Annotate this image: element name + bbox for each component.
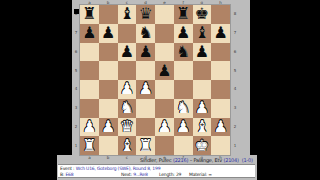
coord-label-1: 1 — [73, 136, 79, 155]
square-a3 — [80, 99, 99, 118]
square-a6 — [80, 43, 99, 62]
coord-label-5: 5 — [232, 61, 238, 80]
black-pawn-f7: ♟ — [176, 25, 190, 41]
square-e8 — [155, 5, 174, 24]
length-stat: Length: 29 — [159, 172, 181, 177]
black-pawn-b7: ♟ — [101, 25, 115, 41]
coord-label-3: 3 — [232, 99, 238, 118]
coord-label-3: 3 — [73, 99, 79, 118]
square-f3: ♞ — [174, 99, 193, 118]
square-d6: ♟ — [136, 43, 155, 62]
square-d4: ♟ — [136, 80, 155, 99]
square-b8 — [99, 5, 118, 24]
white-pawn-g3: ♟ — [195, 100, 209, 116]
event-label: Event : — [60, 166, 74, 171]
square-h7: ♟ — [211, 24, 230, 43]
square-e2: ♟ — [155, 118, 174, 137]
black-pawn-c6: ♟ — [120, 43, 134, 59]
black-pawn-g6: ♟ — [195, 43, 209, 59]
black-rook-f8: ♜ — [176, 6, 190, 22]
square-d7: ♞ — [136, 24, 155, 43]
white-king-g1: ♚ — [195, 137, 209, 153]
next-move-stat: Next: 9...Re8 — [121, 172, 148, 177]
square-b6 — [99, 43, 118, 62]
square-b5 — [99, 61, 118, 80]
square-e7 — [155, 24, 174, 43]
square-f7: ♟ — [174, 24, 193, 43]
black-bishop-g7: ♝ — [195, 25, 209, 41]
square-h2: ♟ — [211, 118, 230, 137]
black-pawn-a7: ♟ — [82, 25, 96, 41]
square-e5: ♟ — [155, 61, 174, 80]
square-d3 — [136, 99, 155, 118]
rank-labels-right: 87654321 — [232, 5, 238, 155]
black-queen-d8: ♛ — [138, 6, 152, 22]
square-c1: ♝ — [118, 136, 137, 155]
square-c7 — [118, 24, 137, 43]
stats-line: B: E68 Next: 9...Re8 Length: 29 Material… — [58, 172, 255, 177]
square-d5 — [136, 61, 155, 80]
square-g6: ♟ — [193, 43, 212, 62]
square-f1 — [174, 136, 193, 155]
white-bishop-c1: ♝ — [120, 137, 134, 153]
coord-label-2: 2 — [232, 118, 238, 137]
white-player-name: Sindler, Pufec — [140, 157, 172, 163]
coord-label-4: 4 — [232, 80, 238, 99]
coord-label-7: 7 — [232, 24, 238, 43]
material-stat: Material: = — [189, 172, 212, 177]
white-pawn-d4: ♟ — [138, 81, 152, 97]
square-c2: ♛ — [118, 118, 137, 137]
square-g8: ♚ — [193, 5, 212, 24]
square-f5 — [174, 61, 193, 80]
coord-label-b: b — [99, 155, 118, 160]
coord-label-2: 2 — [73, 118, 79, 137]
white-knight-f3: ♞ — [176, 100, 190, 116]
black-king-g8: ♚ — [195, 6, 209, 22]
square-g5 — [193, 61, 212, 80]
coord-label-c: c — [118, 155, 137, 160]
coord-label-5: 5 — [73, 61, 79, 80]
rank-labels-left: 87654321 — [73, 5, 79, 155]
white-pawn-e2: ♟ — [157, 118, 171, 134]
black-player-elo: (2104) — [223, 157, 238, 163]
square-f2: ♟ — [174, 118, 193, 137]
coord-label-6: 6 — [232, 43, 238, 62]
square-b1 — [99, 136, 118, 155]
black-pawn-e5: ♟ — [157, 62, 171, 78]
square-g3: ♟ — [193, 99, 212, 118]
event-line: Event : Wch U16, Goteborg (SWE), Round 8… — [60, 166, 160, 171]
black-pawn-h7: ♟ — [213, 25, 227, 41]
square-a5 — [80, 61, 99, 80]
square-g1: ♚ — [193, 136, 212, 155]
white-pawn-b2: ♟ — [101, 118, 115, 134]
square-b7: ♟ — [99, 24, 118, 43]
square-d8: ♛ — [136, 5, 155, 24]
game-header-line: Sindler, Pufec (2216) – Palange, Etv (21… — [140, 157, 253, 163]
square-h3 — [211, 99, 230, 118]
square-c6: ♟ — [118, 43, 137, 62]
black-pawn-d6: ♟ — [138, 43, 152, 59]
square-c3: ♞ — [118, 99, 137, 118]
white-pawn-c4: ♟ — [120, 81, 134, 97]
square-b2: ♟ — [99, 118, 118, 137]
black-knight-d7: ♞ — [138, 25, 152, 41]
coord-label-4: 4 — [73, 80, 79, 99]
black-rook-a8: ♜ — [82, 6, 96, 22]
coord-label-a: a — [80, 155, 99, 160]
square-d2 — [136, 118, 155, 137]
square-c5 — [118, 61, 137, 80]
white-queen-c2: ♛ — [120, 118, 134, 134]
square-b3 — [99, 99, 118, 118]
side-to-move-indicator — [74, 9, 79, 14]
square-b4 — [99, 80, 118, 99]
chess-board: ♜♝♛♜♚♟♟♞♟♝♟♟♟♞♟♟♟♟♞♞♟♟♟♛♟♟♝♟♜♝♜♚ — [80, 5, 230, 155]
square-h1 — [211, 136, 230, 155]
square-g2: ♝ — [193, 118, 212, 137]
square-e6 — [155, 43, 174, 62]
coord-label-1: 1 — [232, 136, 238, 155]
square-f6: ♞ — [174, 43, 193, 62]
eco-stat: B: E68 — [60, 172, 73, 177]
black-bishop-c8: ♝ — [120, 6, 134, 22]
square-a4 — [80, 80, 99, 99]
square-c8: ♝ — [118, 5, 137, 24]
game-result: (1-0) — [242, 157, 253, 163]
square-a8: ♜ — [80, 5, 99, 24]
square-e4 — [155, 80, 174, 99]
square-f8: ♜ — [174, 5, 193, 24]
square-g7: ♝ — [193, 24, 212, 43]
white-knight-c3: ♞ — [120, 100, 134, 116]
square-h5 — [211, 61, 230, 80]
coord-label-8: 8 — [73, 5, 79, 24]
white-pawn-f2: ♟ — [176, 118, 190, 134]
square-a2: ♟ — [80, 118, 99, 137]
square-d1: ♜ — [136, 136, 155, 155]
square-h4 — [211, 80, 230, 99]
game-info-box: Event : Wch U16, Goteborg (SWE), Round 8… — [58, 164, 255, 178]
vs-separator: – — [190, 157, 192, 163]
white-rook-a1: ♜ — [82, 137, 96, 153]
square-e1 — [155, 136, 174, 155]
black-knight-f6: ♞ — [176, 43, 190, 59]
square-h8 — [211, 5, 230, 24]
square-f4 — [174, 80, 193, 99]
event-value: Wch U16, Goteborg (SWE), Round 8, 199 — [76, 166, 161, 171]
black-player-name: Palange, Etv — [193, 157, 222, 163]
square-g4 — [193, 80, 212, 99]
square-a1: ♜ — [80, 136, 99, 155]
square-a7: ♟ — [80, 24, 99, 43]
white-pawn-a2: ♟ — [82, 118, 96, 134]
square-h6 — [211, 43, 230, 62]
white-player-elo: (2216) — [173, 157, 188, 163]
white-pawn-h2: ♟ — [213, 118, 227, 134]
white-bishop-g2: ♝ — [195, 118, 209, 134]
square-c4: ♟ — [118, 80, 137, 99]
square-e3 — [155, 99, 174, 118]
coord-label-7: 7 — [73, 24, 79, 43]
coord-label-8: 8 — [232, 5, 238, 24]
white-rook-d1: ♜ — [138, 137, 152, 153]
coord-label-6: 6 — [73, 43, 79, 62]
